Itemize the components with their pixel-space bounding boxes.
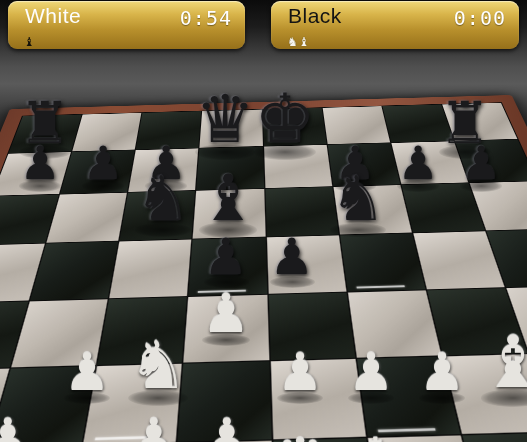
square-f5[interactable] — [340, 234, 425, 291]
white-knight-c3[interactable]: ♞ — [92, 332, 224, 398]
black-pawn-e5[interactable]: ♟ — [242, 232, 342, 282]
captured-white-bishop-icon: ♝ — [299, 35, 311, 49]
black-clock-time: 0:00 — [454, 6, 506, 30]
black-player-name: Black — [288, 4, 342, 28]
black-bishop-d6[interactable]: ♝ — [164, 166, 292, 230]
black-clock-panel[interactable]: Black 0:00 ♞♝ — [271, 1, 519, 49]
square-g2[interactable] — [462, 432, 527, 442]
square-b5[interactable] — [30, 242, 118, 300]
black-captured-tray: ♞♝ — [287, 36, 311, 48]
white-bishop-h3[interactable]: ♝ — [441, 326, 527, 398]
white-captured-tray: ♝ — [24, 36, 36, 48]
white-king-f1[interactable]: ♚ — [297, 428, 453, 442]
white-player-name: White — [25, 4, 81, 28]
captured-black-bishop-icon: ♝ — [24, 35, 36, 49]
captured-white-knight-icon: ♞ — [287, 35, 299, 49]
white-pawn-a2[interactable]: ♟ — [0, 412, 58, 442]
black-pawn-h7[interactable]: ♟ — [435, 140, 527, 186]
white-clock-time: 0:54 — [180, 6, 232, 30]
black-knight-f6[interactable]: ♞ — [296, 168, 420, 230]
white-clock-panel[interactable]: White 0:54 ♝ — [8, 1, 245, 49]
